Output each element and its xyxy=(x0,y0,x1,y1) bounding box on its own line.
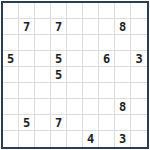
cell-r3c1[interactable] xyxy=(3,35,19,51)
cell-r9c3[interactable] xyxy=(35,131,51,147)
given-digit: 5 xyxy=(23,115,30,131)
cell-r7c1[interactable] xyxy=(3,99,19,115)
cell-r8c4[interactable]: 7 xyxy=(51,115,67,131)
cell-r1c9[interactable] xyxy=(131,3,147,19)
cell-r9c1[interactable] xyxy=(3,131,19,147)
given-digit: 5 xyxy=(7,51,14,67)
cell-r8c1[interactable] xyxy=(3,115,19,131)
cell-r4c8[interactable] xyxy=(115,51,131,67)
cell-r9c8[interactable]: 3 xyxy=(115,131,131,147)
given-digit: 7 xyxy=(55,19,62,35)
cell-r7c5[interactable] xyxy=(67,99,83,115)
cell-r8c2[interactable]: 5 xyxy=(19,115,35,131)
cell-r5c7[interactable] xyxy=(99,67,115,83)
cell-r9c5[interactable] xyxy=(67,131,83,147)
cell-r5c3[interactable] xyxy=(35,67,51,83)
given-digit: 6 xyxy=(103,51,110,67)
sudoku-grid: 7785563585743 xyxy=(3,3,147,147)
cell-r2c8[interactable]: 8 xyxy=(115,19,131,35)
cell-r2c2[interactable]: 7 xyxy=(19,19,35,35)
cell-r4c6[interactable] xyxy=(83,51,99,67)
cell-r2c1[interactable] xyxy=(3,19,19,35)
cell-r2c6[interactable] xyxy=(83,19,99,35)
cell-r7c6[interactable] xyxy=(83,99,99,115)
cell-r7c3[interactable] xyxy=(35,99,51,115)
given-digit: 7 xyxy=(23,19,30,35)
cell-r3c9[interactable] xyxy=(131,35,147,51)
cell-r6c1[interactable] xyxy=(3,83,19,99)
cell-r9c7[interactable] xyxy=(99,131,115,147)
given-digit: 8 xyxy=(119,99,126,115)
sudoku-board: 7785563585743 xyxy=(1,1,149,149)
cell-r9c6[interactable]: 4 xyxy=(83,131,99,147)
cell-r6c6[interactable] xyxy=(83,83,99,99)
cell-r6c4[interactable] xyxy=(51,83,67,99)
cell-r3c7[interactable] xyxy=(99,35,115,51)
given-digit: 7 xyxy=(55,115,62,131)
given-digit: 8 xyxy=(119,19,126,35)
cell-r8c8[interactable] xyxy=(115,115,131,131)
cell-r1c4[interactable] xyxy=(51,3,67,19)
cell-r1c5[interactable] xyxy=(67,3,83,19)
cell-r4c2[interactable] xyxy=(19,51,35,67)
cell-r5c8[interactable] xyxy=(115,67,131,83)
cell-r7c4[interactable] xyxy=(51,99,67,115)
cell-r1c2[interactable] xyxy=(19,3,35,19)
cell-r9c9[interactable] xyxy=(131,131,147,147)
cell-r1c3[interactable] xyxy=(35,3,51,19)
cell-r3c4[interactable] xyxy=(51,35,67,51)
cell-r8c5[interactable] xyxy=(67,115,83,131)
cell-r6c8[interactable] xyxy=(115,83,131,99)
cell-r2c7[interactable] xyxy=(99,19,115,35)
cell-r6c7[interactable] xyxy=(99,83,115,99)
cell-r3c6[interactable] xyxy=(83,35,99,51)
cell-r5c1[interactable] xyxy=(3,67,19,83)
cell-r7c7[interactable] xyxy=(99,99,115,115)
cell-r3c8[interactable] xyxy=(115,35,131,51)
cell-r6c9[interactable] xyxy=(131,83,147,99)
cell-r2c5[interactable] xyxy=(67,19,83,35)
cell-r7c9[interactable] xyxy=(131,99,147,115)
cell-r8c6[interactable] xyxy=(83,115,99,131)
cell-r5c9[interactable] xyxy=(131,67,147,83)
cell-r5c5[interactable] xyxy=(67,67,83,83)
cell-r6c2[interactable] xyxy=(19,83,35,99)
cell-r3c2[interactable] xyxy=(19,35,35,51)
cell-r4c4[interactable]: 5 xyxy=(51,51,67,67)
cell-r4c3[interactable] xyxy=(35,51,51,67)
cell-r8c3[interactable] xyxy=(35,115,51,131)
given-digit: 5 xyxy=(55,51,62,67)
cell-r5c2[interactable] xyxy=(19,67,35,83)
cell-r4c9[interactable]: 3 xyxy=(131,51,147,67)
cell-r5c6[interactable] xyxy=(83,67,99,83)
cell-r7c2[interactable] xyxy=(19,99,35,115)
cell-r7c8[interactable]: 8 xyxy=(115,99,131,115)
cell-r2c4[interactable]: 7 xyxy=(51,19,67,35)
cell-r9c2[interactable] xyxy=(19,131,35,147)
cell-r2c3[interactable] xyxy=(35,19,51,35)
cell-r6c5[interactable] xyxy=(67,83,83,99)
cell-r3c3[interactable] xyxy=(35,35,51,51)
cell-r1c7[interactable] xyxy=(99,3,115,19)
cell-r6c3[interactable] xyxy=(35,83,51,99)
cell-r1c1[interactable] xyxy=(3,3,19,19)
cell-r1c6[interactable] xyxy=(83,3,99,19)
cell-r8c9[interactable] xyxy=(131,115,147,131)
given-digit: 3 xyxy=(119,131,126,147)
cell-r3c5[interactable] xyxy=(67,35,83,51)
cell-r1c8[interactable] xyxy=(115,3,131,19)
cell-r4c7[interactable]: 6 xyxy=(99,51,115,67)
cell-r4c1[interactable]: 5 xyxy=(3,51,19,67)
cell-r5c4[interactable]: 5 xyxy=(51,67,67,83)
cell-r8c7[interactable] xyxy=(99,115,115,131)
given-digit: 5 xyxy=(55,67,62,83)
cell-r2c9[interactable] xyxy=(131,19,147,35)
cell-r9c4[interactable] xyxy=(51,131,67,147)
given-digit: 3 xyxy=(135,51,142,67)
given-digit: 4 xyxy=(87,131,94,147)
cell-r4c5[interactable] xyxy=(67,51,83,67)
